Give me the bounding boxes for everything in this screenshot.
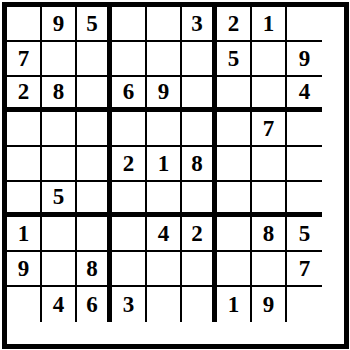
sudoku-cell[interactable] bbox=[287, 287, 322, 322]
sudoku-cell[interactable] bbox=[217, 217, 252, 252]
sudoku-cell[interactable] bbox=[77, 147, 112, 182]
sudoku-cell[interactable] bbox=[287, 147, 322, 182]
sudoku-cell[interactable] bbox=[42, 217, 77, 252]
sudoku-cell[interactable]: 9 bbox=[147, 77, 182, 112]
sudoku-cell[interactable]: 1 bbox=[217, 287, 252, 322]
sudoku-cell[interactable] bbox=[182, 182, 217, 217]
sudoku-cell[interactable] bbox=[7, 112, 42, 147]
sudoku-cell[interactable] bbox=[147, 252, 182, 287]
sudoku-cell[interactable] bbox=[112, 252, 147, 287]
sudoku-cell[interactable] bbox=[42, 112, 77, 147]
sudoku-cell[interactable]: 8 bbox=[182, 147, 217, 182]
sudoku-cell[interactable]: 6 bbox=[112, 77, 147, 112]
sudoku-cell[interactable] bbox=[7, 182, 42, 217]
sudoku-page: 9532175928694721851428598746319 bbox=[0, 0, 346, 346]
sudoku-cell[interactable]: 7 bbox=[252, 112, 287, 147]
sudoku-cell[interactable] bbox=[217, 182, 252, 217]
sudoku-cell[interactable] bbox=[252, 182, 287, 217]
sudoku-cell[interactable] bbox=[112, 42, 147, 77]
sudoku-cell[interactable]: 4 bbox=[287, 77, 322, 112]
sudoku-cell[interactable] bbox=[7, 287, 42, 322]
sudoku-cell[interactable] bbox=[112, 7, 147, 42]
sudoku-cell[interactable] bbox=[112, 217, 147, 252]
sudoku-cell[interactable] bbox=[287, 112, 322, 147]
sudoku-cell[interactable]: 1 bbox=[7, 217, 42, 252]
sudoku-cell[interactable] bbox=[42, 147, 77, 182]
sudoku-cell[interactable] bbox=[217, 252, 252, 287]
sudoku-cell[interactable] bbox=[252, 77, 287, 112]
sudoku-cell[interactable]: 3 bbox=[182, 7, 217, 42]
sudoku-cell[interactable] bbox=[217, 147, 252, 182]
sudoku-cell[interactable]: 5 bbox=[217, 42, 252, 77]
sudoku-cell[interactable] bbox=[112, 182, 147, 217]
sudoku-cell[interactable] bbox=[42, 252, 77, 287]
sudoku-cell[interactable]: 2 bbox=[7, 77, 42, 112]
sudoku-cell[interactable]: 2 bbox=[217, 7, 252, 42]
sudoku-cell[interactable] bbox=[182, 287, 217, 322]
sudoku-cell[interactable]: 8 bbox=[42, 77, 77, 112]
sudoku-cell[interactable]: 5 bbox=[77, 7, 112, 42]
sudoku-cell[interactable] bbox=[217, 77, 252, 112]
sudoku-cell[interactable] bbox=[7, 147, 42, 182]
sudoku-cell[interactable] bbox=[252, 252, 287, 287]
sudoku-cell[interactable]: 7 bbox=[287, 252, 322, 287]
sudoku-cell[interactable] bbox=[77, 112, 112, 147]
sudoku-cell[interactable]: 8 bbox=[77, 252, 112, 287]
sudoku-cell[interactable]: 9 bbox=[7, 252, 42, 287]
sudoku-cell[interactable] bbox=[77, 182, 112, 217]
sudoku-cell[interactable] bbox=[252, 147, 287, 182]
sudoku-cell[interactable] bbox=[182, 252, 217, 287]
sudoku-cell[interactable] bbox=[112, 112, 147, 147]
sudoku-cell[interactable] bbox=[147, 287, 182, 322]
sudoku-cell[interactable]: 7 bbox=[7, 42, 42, 77]
sudoku-cell[interactable] bbox=[7, 7, 42, 42]
sudoku-cell[interactable]: 4 bbox=[147, 217, 182, 252]
sudoku-cell[interactable] bbox=[147, 7, 182, 42]
sudoku-cell[interactable] bbox=[182, 77, 217, 112]
sudoku-cell[interactable]: 5 bbox=[287, 217, 322, 252]
sudoku-cell[interactable]: 2 bbox=[182, 217, 217, 252]
sudoku-cell[interactable]: 2 bbox=[112, 147, 147, 182]
sudoku-cell[interactable] bbox=[217, 112, 252, 147]
sudoku-cell[interactable] bbox=[252, 42, 287, 77]
sudoku-cell[interactable]: 1 bbox=[252, 7, 287, 42]
sudoku-cell[interactable]: 5 bbox=[42, 182, 77, 217]
sudoku-cell[interactable] bbox=[182, 42, 217, 77]
sudoku-cell[interactable] bbox=[77, 77, 112, 112]
sudoku-cell[interactable]: 8 bbox=[252, 217, 287, 252]
sudoku-cell[interactable] bbox=[287, 7, 322, 42]
sudoku-cell[interactable] bbox=[77, 217, 112, 252]
sudoku-cell[interactable]: 3 bbox=[112, 287, 147, 322]
sudoku-cell[interactable] bbox=[147, 112, 182, 147]
sudoku-cell[interactable]: 9 bbox=[287, 42, 322, 77]
sudoku-cell[interactable]: 6 bbox=[77, 287, 112, 322]
sudoku-cell[interactable] bbox=[147, 182, 182, 217]
sudoku-cell[interactable] bbox=[42, 42, 77, 77]
sudoku-cell[interactable] bbox=[77, 42, 112, 77]
sudoku-cell[interactable]: 9 bbox=[42, 7, 77, 42]
sudoku-board: 9532175928694721851428598746319 bbox=[2, 2, 349, 349]
sudoku-cell[interactable]: 9 bbox=[252, 287, 287, 322]
sudoku-cell[interactable] bbox=[147, 42, 182, 77]
sudoku-cell[interactable] bbox=[287, 182, 322, 217]
sudoku-cell[interactable]: 1 bbox=[147, 147, 182, 182]
sudoku-cell[interactable] bbox=[182, 112, 217, 147]
sudoku-cell[interactable]: 4 bbox=[42, 287, 77, 322]
